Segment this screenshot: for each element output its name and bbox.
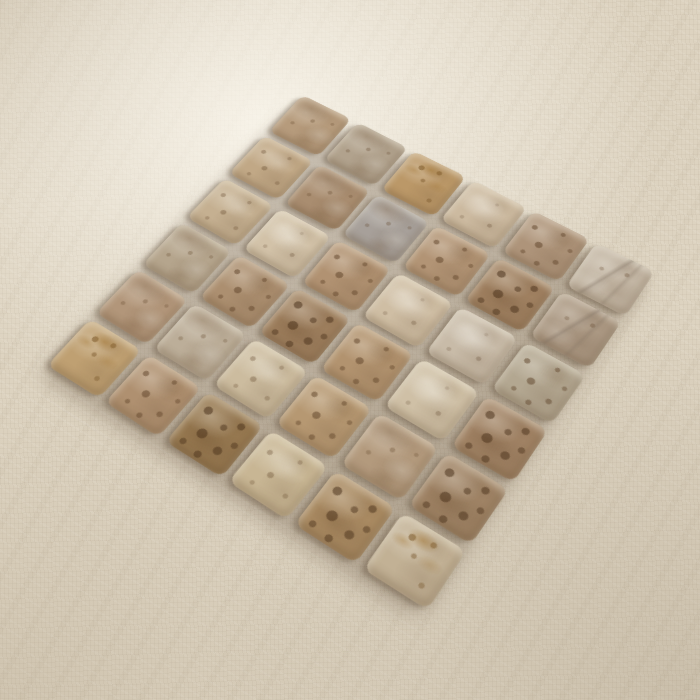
photo-scene [0,0,700,700]
